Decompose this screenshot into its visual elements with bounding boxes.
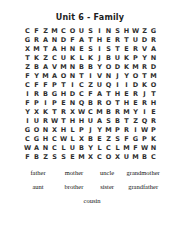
grid-cell-r2c6[interactable]: F [68,36,77,45]
grid-cell-r4c7[interactable]: L [77,54,86,63]
grid-cell-r12c9[interactable]: Y [95,126,104,135]
grid-cell-r4c1[interactable]: T [23,54,32,63]
grid-cell-r7c7[interactable]: C [77,81,86,90]
grid-cell-r8c5[interactable]: H [59,90,68,99]
grid-cell-r15c9[interactable]: C [95,153,104,162]
grid-cell-r4c11[interactable]: U [113,54,122,63]
grid-cell-r9c2[interactable]: P [32,99,41,108]
grid-cell-r14c11[interactable]: L [113,144,122,153]
grid-cell-r7c4[interactable]: P [50,81,59,90]
grid-cell-r2c15[interactable]: R [149,36,158,45]
grid-cell-r3c10[interactable]: S [104,45,113,54]
grid-cell-r10c14[interactable]: I [140,108,149,117]
grid-cell-r5c8[interactable]: B [86,63,95,72]
grid-cell-r9c4[interactable]: P [50,99,59,108]
grid-cell-r10c1[interactable]: Y [23,108,32,117]
word-list-row-1: fathermotherunclegrandmother [20,165,164,179]
grid-cell-r12c4[interactable]: X [50,126,59,135]
grid-cell-r6c4[interactable]: A [50,72,59,81]
grid-cell-r8c11[interactable]: H [113,90,122,99]
grid-cell-r1c9[interactable]: I [95,27,104,36]
grid-cell-r3c3[interactable]: T [41,45,50,54]
grid-cell-r12c15[interactable]: P [149,126,158,135]
grid-cell-r4c12[interactable]: K [122,54,131,63]
grid-cell-r3c14[interactable]: V [140,45,149,54]
grid-cell-r6c10[interactable]: N [104,72,113,81]
grid-cell-r11c13[interactable]: Z [131,117,140,126]
word-list-item-brother: brother [56,183,92,190]
grid-cell-r15c2[interactable]: B [32,153,41,162]
grid-cell-r10c12[interactable]: M [122,108,131,117]
grid-cell-r3c1[interactable]: X [23,45,32,54]
grid-cell-r5c5[interactable]: M [59,63,68,72]
word-list-item-father: father [20,169,56,176]
grid-cell-r4c6[interactable]: K [68,54,77,63]
grid-cell-r7c15[interactable]: O [149,81,158,90]
grid-cell-r8c10[interactable]: T [104,90,113,99]
grid-cell-r15c5[interactable]: S [59,153,68,162]
grid-cell-r14c2[interactable]: A [32,144,41,153]
grid-cell-r13c7[interactable]: X [77,135,86,144]
grid-cell-r2c7[interactable]: A [77,36,86,45]
grid-cell-r14c14[interactable]: W [140,144,149,153]
grid-cell-r8c7[interactable]: C [77,90,86,99]
grid-cell-r3c11[interactable]: T [113,45,122,54]
grid-cell-r11c3[interactable]: R [41,117,50,126]
grid-cell-r1c14[interactable]: Z [140,27,149,36]
grid-cell-r14c4[interactable]: C [50,144,59,153]
grid-cell-r12c8[interactable]: J [86,126,95,135]
grid-cell-r1c11[interactable]: S [113,27,122,36]
grid-cell-r11c1[interactable]: I [23,117,32,126]
grid-cell-r1c3[interactable]: Z [41,27,50,36]
grid-cell-r10c8[interactable]: C [86,108,95,117]
grid-cell-r12c14[interactable]: W [140,126,149,135]
grid-cell-r3c13[interactable]: R [131,45,140,54]
grid-cell-r8c9[interactable]: A [95,90,104,99]
grid-cell-r10c2[interactable]: X [32,108,41,117]
grid-cell-r5c4[interactable]: V [50,63,59,72]
grid-cell-r8c13[interactable]: R [131,90,140,99]
grid-cell-r4c5[interactable]: U [59,54,68,63]
grid-cell-r9c6[interactable]: N [68,99,77,108]
grid-cell-r9c10[interactable]: O [104,99,113,108]
grid-cell-r10c6[interactable]: X [68,108,77,117]
grid-cell-r6c1[interactable]: F [23,72,32,81]
grid-cell-r12c2[interactable]: O [32,126,41,135]
grid-cell-r9c3[interactable]: I [41,99,50,108]
grid-cell-r13c9[interactable]: E [95,135,104,144]
grid-cell-r2c11[interactable]: R [113,36,122,45]
grid-cell-r14c15[interactable]: N [149,144,158,153]
word-list-item-cousin: cousin [84,197,101,204]
grid-cell-r10c9[interactable]: M [95,108,104,117]
puzzle-title: Unit 6 - Family [0,13,180,22]
grid-cell-r6c2[interactable]: Y [32,72,41,81]
word-list-item-sister: sister [92,183,122,190]
word-list-row-2: auntbrothersistergrandfather [20,179,164,193]
grid-cell-r5c15[interactable]: D [149,63,158,72]
word-list-item-grandmother: grandmother [122,169,164,176]
grid-cell-r7c8[interactable]: Z [86,81,95,90]
grid-cell-r7c1[interactable]: C [23,81,32,90]
grid-cell-r12c7[interactable]: P [77,126,86,135]
grid-cell-r3c7[interactable]: E [77,45,86,54]
grid-cell-r5c7[interactable]: B [77,63,86,72]
grid-cell-r5c12[interactable]: K [122,63,131,72]
grid-cell-r13c3[interactable]: H [41,135,50,144]
grid-cell-r5c9[interactable]: Y [95,63,104,72]
grid-cell-r10c13[interactable]: Y [131,108,140,117]
grid-cell-r11c4[interactable]: W [50,117,59,126]
grid-cell-r12c12[interactable]: R [122,126,131,135]
word-list-item-uncle: uncle [92,169,122,176]
grid-cell-r3c9[interactable]: I [95,45,104,54]
grid-cell-r14c13[interactable]: F [131,144,140,153]
grid-cell-r3c12[interactable]: E [122,45,131,54]
grid-cell-r11c15[interactable]: R [149,117,158,126]
grid-cell-r4c13[interactable]: P [131,54,140,63]
grid-cell-r11c9[interactable]: A [95,117,104,126]
grid-cell-r8c14[interactable]: J [140,90,149,99]
grid-cell-r1c2[interactable]: F [32,27,41,36]
grid-cell-r2c2[interactable]: R [32,36,41,45]
grid-cell-r15c15[interactable]: C [149,153,158,162]
grid-cell-r9c11[interactable]: T [113,99,122,108]
grid-cell-r8c8[interactable]: F [86,90,95,99]
grid-cell-r9c8[interactable]: B [86,99,95,108]
grid-cell-r2c10[interactable]: E [104,36,113,45]
grid-cell-r5c6[interactable]: N [68,63,77,72]
grid-cell-r1c12[interactable]: H [122,27,131,36]
grid-cell-r6c7[interactable]: T [77,72,86,81]
grid-cell-r11c11[interactable]: B [113,117,122,126]
grid-cell-r6c6[interactable]: N [68,72,77,81]
grid-cell-r7c9[interactable]: U [95,81,104,90]
grid-cell-r5c2[interactable]: B [32,63,41,72]
grid-cell-r12c13[interactable]: I [131,126,140,135]
grid-cell-r5c10[interactable]: O [104,63,113,72]
grid-cell-r12c11[interactable]: P [113,126,122,135]
grid-cell-r11c12[interactable]: T [122,117,131,126]
grid-cell-r7c13[interactable]: D [131,81,140,90]
grid-cell-r15c6[interactable]: E [68,153,77,162]
grid-cell-r10c3[interactable]: K [41,108,50,117]
grid-cell-r8c4[interactable]: G [50,90,59,99]
grid-cell-r15c11[interactable]: X [113,153,122,162]
grid-cell-r6c12[interactable]: Y [122,72,131,81]
grid-cell-r14c6[interactable]: U [68,144,77,153]
grid-cell-r8c15[interactable]: T [149,90,158,99]
grid-cell-r13c2[interactable]: G [32,135,41,144]
grid-cell-r1c7[interactable]: U [77,27,86,36]
grid-cell-r11c6[interactable]: H [68,117,77,126]
grid-cell-r3c5[interactable]: H [59,45,68,54]
grid-cell-r3c2[interactable]: M [32,45,41,54]
word-list-item-grandfather: grandfather [122,183,164,190]
grid-cell-r4c10[interactable]: B [104,54,113,63]
grid-cell-r4c4[interactable]: C [50,54,59,63]
grid-cell-r2c13[interactable]: U [131,36,140,45]
grid-cell-r5c11[interactable]: D [113,63,122,72]
grid-cell-r9c1[interactable]: F [23,99,32,108]
grid-cell-r14c10[interactable]: C [104,144,113,153]
grid-cell-r4c9[interactable]: J [95,54,104,63]
grid-cell-r5c1[interactable]: Z [23,63,32,72]
grid-cell-r11c8[interactable]: U [86,117,95,126]
grid-cell-r7c5[interactable]: T [59,81,68,90]
grid-cell-r2c8[interactable]: T [86,36,95,45]
word-search-grid: CFZMCOUSINSHWZGGRANDFATHERTUDRXMTAHNESIS… [23,27,158,162]
grid-cell-r6c14[interactable]: T [140,72,149,81]
grid-cell-r9c14[interactable]: R [140,99,149,108]
grid-cell-r6c3[interactable]: M [41,72,50,81]
grid-cell-r9c5[interactable]: E [59,99,68,108]
grid-cell-r5c14[interactable]: R [140,63,149,72]
grid-cell-r2c1[interactable]: G [23,36,32,45]
grid-cell-r12c10[interactable]: M [104,126,113,135]
word-list-item-mother: mother [56,169,92,176]
grid-cell-r11c7[interactable]: H [77,117,86,126]
grid-cell-r14c3[interactable]: N [41,144,50,153]
grid-cell-r14c8[interactable]: Y [86,144,95,153]
grid-cell-r12c3[interactable]: N [41,126,50,135]
grid-cell-r5c3[interactable]: A [41,63,50,72]
grid-cell-r13c15[interactable]: K [149,135,158,144]
grid-cell-r6c9[interactable]: V [95,72,104,81]
grid-cell-r10c4[interactable]: T [50,108,59,117]
grid-cell-r11c5[interactable]: T [59,117,68,126]
grid-cell-r4c15[interactable]: N [149,54,158,63]
grid-cell-r4c3[interactable]: Z [41,54,50,63]
grid-cell-r9c7[interactable]: Q [77,99,86,108]
grid-cell-r6c5[interactable]: O [59,72,68,81]
grid-cell-r7c6[interactable]: I [68,81,77,90]
grid-cell-r10c7[interactable]: W [77,108,86,117]
grid-cell-r8c1[interactable]: I [23,90,32,99]
grid-cell-r9c9[interactable]: R [95,99,104,108]
grid-cell-r10c10[interactable]: B [104,108,113,117]
grid-cell-r6c13[interactable]: O [131,72,140,81]
grid-cell-r7c10[interactable]: Q [104,81,113,90]
grid-cell-r15c13[interactable]: M [131,153,140,162]
grid-cell-r11c2[interactable]: U [32,117,41,126]
grid-cell-r15c7[interactable]: M [77,153,86,162]
grid-cell-r14c1[interactable]: W [23,144,32,153]
grid-cell-r10c5[interactable]: R [59,108,68,117]
grid-cell-r12c1[interactable]: G [23,126,32,135]
grid-cell-r10c11[interactable]: R [113,108,122,117]
grid-cell-r2c4[interactable]: N [50,36,59,45]
grid-cell-r15c1[interactable]: F [23,153,32,162]
grid-cell-r6c8[interactable]: I [86,72,95,81]
grid-cell-r2c5[interactable]: D [59,36,68,45]
grid-cell-r15c14[interactable]: B [140,153,149,162]
grid-cell-r9c13[interactable]: E [131,99,140,108]
grid-cell-r13c5[interactable]: W [59,135,68,144]
grid-cell-r1c13[interactable]: W [131,27,140,36]
grid-cell-r12c5[interactable]: H [59,126,68,135]
grid-cell-r8c12[interactable]: E [122,90,131,99]
grid-cell-r13c6[interactable]: L [68,135,77,144]
grid-cell-r3c15[interactable]: A [149,45,158,54]
grid-cell-r1c15[interactable]: G [149,27,158,36]
grid-cell-r14c5[interactable]: L [59,144,68,153]
grid-cell-r7c12[interactable]: I [122,81,131,90]
grid-cell-r9c12[interactable]: H [122,99,131,108]
word-list-item-aunt: aunt [20,183,56,190]
grid-cell-r9c15[interactable]: H [149,99,158,108]
grid-cell-r15c12[interactable]: U [122,153,131,162]
grid-cell-r15c10[interactable]: O [104,153,113,162]
grid-cell-r5c13[interactable]: M [131,63,140,72]
grid-cell-r13c4[interactable]: C [50,135,59,144]
grid-cell-r2c12[interactable]: T [122,36,131,45]
grid-cell-r15c3[interactable]: Z [41,153,50,162]
grid-cell-r3c8[interactable]: S [86,45,95,54]
grid-cell-r1c6[interactable]: O [68,27,77,36]
grid-cell-r4c14[interactable]: Y [140,54,149,63]
grid-cell-r11c14[interactable]: Q [140,117,149,126]
grid-cell-r2c14[interactable]: D [140,36,149,45]
word-list: fathermotherunclegrandmother auntbrother… [20,165,164,207]
grid-cell-r15c4[interactable]: S [50,153,59,162]
grid-cell-r12c6[interactable]: L [68,126,77,135]
grid-cell-r14c12[interactable]: M [122,144,131,153]
grid-cell-r13c14[interactable]: P [140,135,149,144]
grid-cell-r7c2[interactable]: F [32,81,41,90]
grid-cell-r1c10[interactable]: N [104,27,113,36]
grid-cell-r3c4[interactable]: A [50,45,59,54]
grid-cell-r8c3[interactable]: B [41,90,50,99]
grid-cell-r10c15[interactable]: E [149,108,158,117]
word-list-row-3: cousin [20,193,164,207]
grid-cell-r6c11[interactable]: J [113,72,122,81]
worksheet-page: Unit 6 - Family CFZMCOUSINSHWZGGRANDFATH… [0,0,180,233]
grid-cell-r2c3[interactable]: A [41,36,50,45]
grid-cell-r4c2[interactable]: K [32,54,41,63]
grid-cell-r15c8[interactable]: X [86,153,95,162]
grid-cell-r4c8[interactable]: K [86,54,95,63]
grid-cell-r13c13[interactable]: G [131,135,140,144]
grid-cell-r8c2[interactable]: R [32,90,41,99]
grid-cell-r7c14[interactable]: K [140,81,149,90]
grid-cell-r7c3[interactable]: F [41,81,50,90]
grid-cell-r1c1[interactable]: C [23,27,32,36]
grid-cell-r13c1[interactable]: C [23,135,32,144]
grid-cell-r13c12[interactable]: F [122,135,131,144]
grid-cell-r14c7[interactable]: B [77,144,86,153]
grid-cell-r2c9[interactable]: H [95,36,104,45]
grid-cell-r1c8[interactable]: S [86,27,95,36]
grid-cell-r6c15[interactable]: M [149,72,158,81]
grid-cell-r13c10[interactable]: Z [104,135,113,144]
grid-cell-r7c11[interactable]: I [113,81,122,90]
grid-cell-r1c4[interactable]: M [50,27,59,36]
grid-cell-r1c5[interactable]: C [59,27,68,36]
grid-cell-r11c10[interactable]: S [104,117,113,126]
grid-cell-r13c11[interactable]: S [113,135,122,144]
grid-cell-r8c6[interactable]: D [68,90,77,99]
grid-cell-r14c9[interactable]: L [95,144,104,153]
grid-cell-r13c8[interactable]: B [86,135,95,144]
grid-cell-r3c6[interactable]: N [68,45,77,54]
